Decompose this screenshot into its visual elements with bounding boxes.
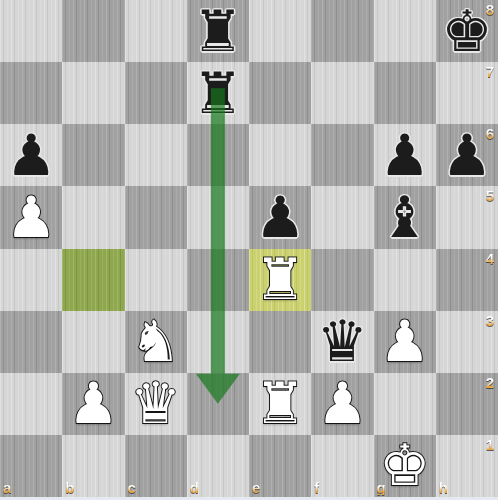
square-c7[interactable] xyxy=(125,62,187,124)
square-f7[interactable] xyxy=(311,62,373,124)
square-f8[interactable] xyxy=(311,0,373,62)
file-label-e: e xyxy=(252,480,260,495)
square-c6[interactable] xyxy=(125,124,187,186)
square-h5[interactable]: 5 xyxy=(436,186,498,248)
square-c3[interactable]: ♞ xyxy=(125,311,187,373)
square-f4[interactable] xyxy=(311,249,373,311)
file-label-b: b xyxy=(65,480,74,495)
rank-label-1: 1 xyxy=(486,437,494,452)
square-c1[interactable]: c xyxy=(125,435,187,497)
square-d1[interactable]: d xyxy=(187,435,249,497)
file-label-a: a xyxy=(3,480,11,495)
square-g7[interactable] xyxy=(374,62,436,124)
square-h6[interactable]: ♟6 xyxy=(436,124,498,186)
square-b4[interactable] xyxy=(62,249,124,311)
square-c5[interactable] xyxy=(125,186,187,248)
piece-white-pawn[interactable]: ♟ xyxy=(374,311,436,373)
square-a6[interactable]: ♟ xyxy=(0,124,62,186)
square-e5[interactable]: ♟ xyxy=(249,186,311,248)
square-d4[interactable] xyxy=(187,249,249,311)
square-h4[interactable]: 4 xyxy=(436,249,498,311)
square-h2[interactable]: 2 xyxy=(436,373,498,435)
piece-white-pawn[interactable]: ♟ xyxy=(62,373,124,435)
square-f6[interactable] xyxy=(311,124,373,186)
square-a1[interactable]: a xyxy=(0,435,62,497)
square-e8[interactable] xyxy=(249,0,311,62)
square-g4[interactable] xyxy=(374,249,436,311)
square-b1[interactable]: b xyxy=(62,435,124,497)
square-d7[interactable]: ♜ xyxy=(187,62,249,124)
file-label-f: f xyxy=(314,480,319,495)
rank-label-5: 5 xyxy=(486,188,494,203)
chess-board: ♜♚8♜7♟♟♟6♟♟♝5♜4♞♛♟3♟♛♜♟2abcdef♚gh1 xyxy=(0,0,498,497)
square-b3[interactable] xyxy=(62,311,124,373)
square-f1[interactable]: f xyxy=(311,435,373,497)
square-f3[interactable]: ♛ xyxy=(311,311,373,373)
piece-white-rook[interactable]: ♜ xyxy=(249,373,311,435)
square-g5[interactable]: ♝ xyxy=(374,186,436,248)
square-g3[interactable]: ♟ xyxy=(374,311,436,373)
square-h1[interactable]: h1 xyxy=(436,435,498,497)
rank-label-4: 4 xyxy=(486,251,494,266)
piece-black-pawn[interactable]: ♟ xyxy=(249,186,311,248)
square-c8[interactable] xyxy=(125,0,187,62)
piece-black-king[interactable]: ♚ xyxy=(436,0,498,62)
piece-black-pawn[interactable]: ♟ xyxy=(436,124,498,186)
piece-black-pawn[interactable]: ♟ xyxy=(374,124,436,186)
rank-label-2: 2 xyxy=(486,375,494,390)
square-e2[interactable]: ♜ xyxy=(249,373,311,435)
square-d8[interactable]: ♜ xyxy=(187,0,249,62)
square-b6[interactable] xyxy=(62,124,124,186)
square-a3[interactable] xyxy=(0,311,62,373)
square-a7[interactable] xyxy=(0,62,62,124)
piece-black-rook[interactable]: ♜ xyxy=(187,0,249,62)
square-a4[interactable] xyxy=(0,249,62,311)
square-b7[interactable] xyxy=(62,62,124,124)
square-g1[interactable]: ♚g xyxy=(374,435,436,497)
square-a2[interactable] xyxy=(0,373,62,435)
square-h7[interactable]: 7 xyxy=(436,62,498,124)
square-e1[interactable]: e xyxy=(249,435,311,497)
piece-black-bishop[interactable]: ♝ xyxy=(374,186,436,248)
rank-label-7: 7 xyxy=(486,64,494,79)
square-a8[interactable] xyxy=(0,0,62,62)
square-e6[interactable] xyxy=(249,124,311,186)
piece-white-pawn[interactable]: ♟ xyxy=(0,186,62,248)
square-e4[interactable]: ♜ xyxy=(249,249,311,311)
square-g2[interactable] xyxy=(374,373,436,435)
square-d3[interactable] xyxy=(187,311,249,373)
piece-black-rook[interactable]: ♜ xyxy=(187,62,249,124)
square-b8[interactable] xyxy=(62,0,124,62)
square-f2[interactable]: ♟ xyxy=(311,373,373,435)
piece-black-queen[interactable]: ♛ xyxy=(311,311,373,373)
file-label-h: h xyxy=(439,480,448,495)
square-g6[interactable]: ♟ xyxy=(374,124,436,186)
square-c2[interactable]: ♛ xyxy=(125,373,187,435)
square-a5[interactable]: ♟ xyxy=(0,186,62,248)
piece-white-rook[interactable]: ♜ xyxy=(249,249,311,311)
square-e7[interactable] xyxy=(249,62,311,124)
square-h3[interactable]: 3 xyxy=(436,311,498,373)
square-d6[interactable] xyxy=(187,124,249,186)
square-e3[interactable] xyxy=(249,311,311,373)
piece-black-pawn[interactable]: ♟ xyxy=(0,124,62,186)
square-b2[interactable]: ♟ xyxy=(62,373,124,435)
square-c4[interactable] xyxy=(125,249,187,311)
file-label-c: c xyxy=(128,480,136,495)
square-b5[interactable] xyxy=(62,186,124,248)
file-label-d: d xyxy=(190,480,199,495)
piece-white-king[interactable]: ♚ xyxy=(374,435,436,497)
chess-app-window: ♜♚8♜7♟♟♟6♟♟♝5♜4♞♛♟3♟♛♜♟2abcdef♚gh1 xyxy=(0,0,498,500)
square-f5[interactable] xyxy=(311,186,373,248)
square-h8[interactable]: ♚8 xyxy=(436,0,498,62)
piece-white-queen[interactable]: ♛ xyxy=(125,373,187,435)
square-d5[interactable] xyxy=(187,186,249,248)
square-d2[interactable] xyxy=(187,373,249,435)
square-g8[interactable] xyxy=(374,0,436,62)
rank-label-3: 3 xyxy=(486,313,494,328)
piece-white-pawn[interactable]: ♟ xyxy=(311,373,373,435)
piece-white-knight[interactable]: ♞ xyxy=(125,311,187,373)
